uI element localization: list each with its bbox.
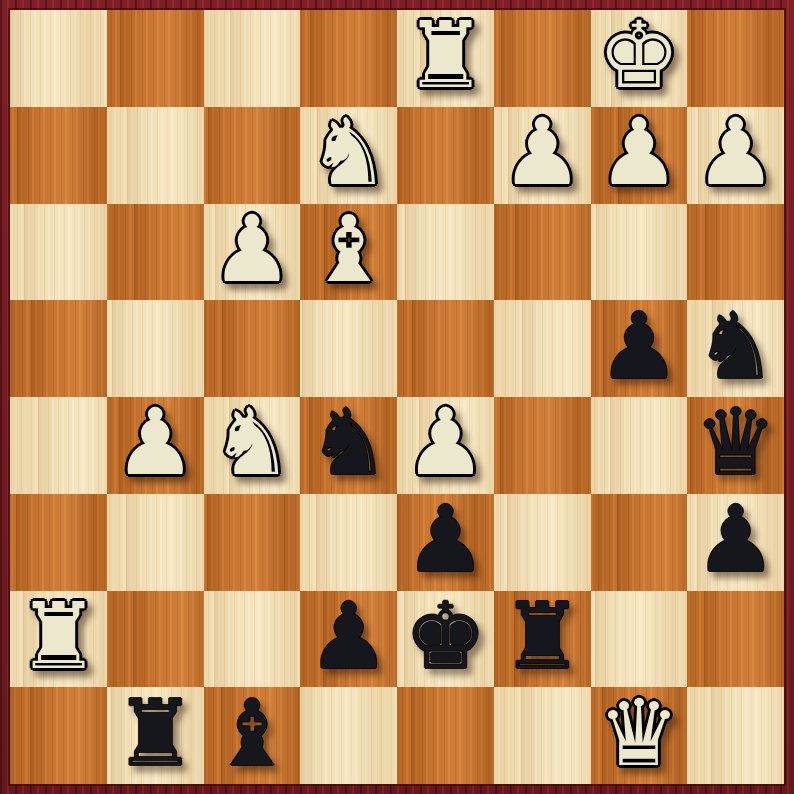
square-e8[interactable]: ♜	[397, 10, 494, 107]
square-c2[interactable]	[204, 591, 301, 688]
square-e6[interactable]	[397, 204, 494, 301]
square-b3[interactable]	[107, 494, 204, 591]
square-h4[interactable]: ♛	[687, 397, 784, 494]
white-pawn[interactable]: ♟	[598, 107, 680, 199]
square-f4[interactable]	[494, 397, 591, 494]
chess-diagram: ♜♚♞♟♟♟♟♝♟♞♟♞♞♟♛♟♟♜♟♚♜♜♝♛	[0, 0, 794, 794]
white-bishop[interactable]: ♝	[307, 204, 389, 296]
square-g1[interactable]: ♛	[591, 687, 688, 784]
black-pawn[interactable]: ♟	[694, 494, 776, 586]
square-c7[interactable]	[204, 107, 301, 204]
square-g5[interactable]: ♟	[591, 300, 688, 397]
square-a6[interactable]	[10, 204, 107, 301]
black-pawn[interactable]: ♟	[598, 301, 680, 393]
square-c4[interactable]: ♞	[204, 397, 301, 494]
white-pawn[interactable]: ♟	[404, 397, 486, 489]
square-d7[interactable]: ♞	[300, 107, 397, 204]
square-a7[interactable]	[10, 107, 107, 204]
square-g4[interactable]	[591, 397, 688, 494]
square-h7[interactable]: ♟	[687, 107, 784, 204]
square-b7[interactable]	[107, 107, 204, 204]
black-pawn[interactable]: ♟	[404, 494, 486, 586]
black-knight[interactable]: ♞	[694, 301, 776, 393]
square-f1[interactable]	[494, 687, 591, 784]
square-e2[interactable]: ♚	[397, 591, 494, 688]
square-f3[interactable]	[494, 494, 591, 591]
white-rook[interactable]: ♜	[17, 591, 99, 683]
square-d2[interactable]: ♟	[300, 591, 397, 688]
square-d5[interactable]	[300, 300, 397, 397]
square-h2[interactable]	[687, 591, 784, 688]
square-e7[interactable]	[397, 107, 494, 204]
square-b1[interactable]: ♜	[107, 687, 204, 784]
square-c6[interactable]: ♟	[204, 204, 301, 301]
chess-board: ♜♚♞♟♟♟♟♝♟♞♟♞♞♟♛♟♟♜♟♚♜♜♝♛	[10, 10, 784, 784]
white-queen[interactable]: ♛	[598, 688, 680, 780]
square-a5[interactable]	[10, 300, 107, 397]
square-e1[interactable]	[397, 687, 494, 784]
square-g8[interactable]: ♚	[591, 10, 688, 107]
black-rook[interactable]: ♜	[501, 591, 583, 683]
black-rook[interactable]: ♜	[114, 688, 196, 780]
black-knight[interactable]: ♞	[307, 397, 389, 489]
square-f5[interactable]	[494, 300, 591, 397]
white-king[interactable]: ♚	[598, 10, 680, 102]
square-a8[interactable]	[10, 10, 107, 107]
white-pawn[interactable]: ♟	[694, 107, 776, 199]
square-f2[interactable]: ♜	[494, 591, 591, 688]
black-queen[interactable]: ♛	[694, 397, 776, 489]
square-d6[interactable]: ♝	[300, 204, 397, 301]
square-c5[interactable]	[204, 300, 301, 397]
square-b5[interactable]	[107, 300, 204, 397]
square-g6[interactable]	[591, 204, 688, 301]
square-c8[interactable]	[204, 10, 301, 107]
white-rook[interactable]: ♜	[404, 10, 486, 102]
square-h8[interactable]	[687, 10, 784, 107]
white-pawn[interactable]: ♟	[211, 204, 293, 296]
square-b6[interactable]	[107, 204, 204, 301]
black-bishop[interactable]: ♝	[211, 688, 293, 780]
square-e4[interactable]: ♟	[397, 397, 494, 494]
square-h1[interactable]	[687, 687, 784, 784]
white-pawn[interactable]: ♟	[114, 397, 196, 489]
square-e3[interactable]: ♟	[397, 494, 494, 591]
square-b4[interactable]: ♟	[107, 397, 204, 494]
square-d1[interactable]	[300, 687, 397, 784]
square-g2[interactable]	[591, 591, 688, 688]
square-b8[interactable]	[107, 10, 204, 107]
square-a4[interactable]	[10, 397, 107, 494]
square-e5[interactable]	[397, 300, 494, 397]
square-g7[interactable]: ♟	[591, 107, 688, 204]
square-h6[interactable]	[687, 204, 784, 301]
square-b2[interactable]	[107, 591, 204, 688]
white-knight[interactable]: ♞	[211, 397, 293, 489]
black-pawn[interactable]: ♟	[307, 591, 389, 683]
black-king[interactable]: ♚	[404, 591, 486, 683]
square-a2[interactable]: ♜	[10, 591, 107, 688]
square-d4[interactable]: ♞	[300, 397, 397, 494]
square-d8[interactable]	[300, 10, 397, 107]
square-d3[interactable]	[300, 494, 397, 591]
white-pawn[interactable]: ♟	[501, 107, 583, 199]
square-f8[interactable]	[494, 10, 591, 107]
square-h5[interactable]: ♞	[687, 300, 784, 397]
square-a1[interactable]	[10, 687, 107, 784]
square-a3[interactable]	[10, 494, 107, 591]
square-h3[interactable]: ♟	[687, 494, 784, 591]
white-knight[interactable]: ♞	[307, 107, 389, 199]
square-g3[interactable]	[591, 494, 688, 591]
square-f7[interactable]: ♟	[494, 107, 591, 204]
chess-board-frame: ♜♚♞♟♟♟♟♝♟♞♟♞♞♟♛♟♟♜♟♚♜♜♝♛	[0, 0, 794, 794]
square-f6[interactable]	[494, 204, 591, 301]
square-c3[interactable]	[204, 494, 301, 591]
square-c1[interactable]: ♝	[204, 687, 301, 784]
